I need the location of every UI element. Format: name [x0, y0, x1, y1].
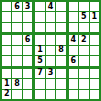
cell-r7c7[interactable] — [69, 69, 78, 78]
sudoku-box-r2c1: 6 — [2, 35, 32, 65]
cell-r5c8[interactable] — [79, 46, 88, 55]
cell-r2c8[interactable]: 5 — [79, 12, 88, 21]
cell-r5c2[interactable] — [12, 46, 21, 55]
cell-r2c3[interactable] — [23, 12, 32, 21]
cell-r6c3[interactable] — [23, 56, 32, 65]
cell-r4c2[interactable] — [12, 35, 21, 44]
cell-r8c4[interactable] — [35, 79, 44, 88]
cell-r3c1[interactable] — [2, 23, 11, 32]
cell-r3c8[interactable] — [79, 23, 88, 32]
cell-r6c6[interactable] — [56, 56, 65, 65]
cell-r9c9[interactable] — [90, 90, 99, 99]
sudoku-box-r3c3 — [69, 69, 99, 99]
cell-r6c8[interactable] — [79, 56, 88, 65]
cell-r6c4[interactable]: 5 — [35, 56, 44, 65]
cell-r7c9[interactable] — [90, 69, 99, 78]
cell-r1c4[interactable] — [35, 2, 44, 11]
cell-r3c3[interactable] — [23, 23, 32, 32]
cell-r9c7[interactable] — [69, 90, 78, 99]
sudoku-box-r3c2: 73 — [35, 69, 65, 99]
cell-r2c4[interactable] — [35, 12, 44, 21]
cell-r8c2[interactable]: 8 — [12, 79, 21, 88]
cell-r9c6[interactable] — [56, 90, 65, 99]
cell-r2c9[interactable]: 1 — [90, 12, 99, 21]
cell-r6c2[interactable] — [12, 56, 21, 65]
cell-r4c9[interactable] — [90, 35, 99, 44]
cell-r7c2[interactable] — [12, 69, 21, 78]
cell-r8c1[interactable]: 1 — [2, 79, 11, 88]
cell-r5c3[interactable] — [23, 46, 32, 55]
cell-r8c3[interactable] — [23, 79, 32, 88]
cell-r5c4[interactable]: 1 — [35, 46, 44, 55]
sudoku-box-r2c3: 426 — [69, 35, 99, 65]
cell-r9c8[interactable] — [79, 90, 88, 99]
cell-r8c7[interactable] — [69, 79, 78, 88]
cell-r4c8[interactable]: 2 — [79, 35, 88, 44]
cell-r2c7[interactable] — [69, 12, 78, 21]
cell-r1c9[interactable] — [90, 2, 99, 11]
sudoku-box-r1c1: 63 — [2, 2, 32, 32]
cell-r9c5[interactable] — [46, 90, 55, 99]
cell-r7c3[interactable] — [23, 69, 32, 78]
cell-r9c3[interactable] — [23, 90, 32, 99]
cell-r1c6[interactable] — [56, 2, 65, 11]
cell-r2c5[interactable] — [46, 12, 55, 21]
cell-r3c6[interactable] — [56, 23, 65, 32]
cell-r1c5[interactable]: 4 — [46, 2, 55, 11]
cell-r3c7[interactable] — [69, 23, 78, 32]
cell-r3c9[interactable] — [90, 23, 99, 32]
sudoku-box-r2c2: 185 — [35, 35, 65, 65]
cell-r6c9[interactable] — [90, 56, 99, 65]
cell-r7c8[interactable] — [79, 69, 88, 78]
cell-r4c7[interactable]: 4 — [69, 35, 78, 44]
cell-r9c2[interactable] — [12, 90, 21, 99]
cell-r1c7[interactable] — [69, 2, 78, 11]
cell-r3c2[interactable] — [12, 23, 21, 32]
cell-r9c4[interactable] — [35, 90, 44, 99]
sudoku-box-r1c2: 4 — [35, 2, 65, 32]
cell-r1c3[interactable]: 3 — [23, 2, 32, 11]
cell-r2c2[interactable] — [12, 12, 21, 21]
cell-r7c1[interactable] — [2, 69, 11, 78]
cell-r1c1[interactable] — [2, 2, 11, 11]
cell-r6c7[interactable]: 6 — [69, 56, 78, 65]
cell-r5c1[interactable] — [2, 46, 11, 55]
cell-r7c6[interactable] — [56, 69, 65, 78]
cell-r4c5[interactable] — [46, 35, 55, 44]
cell-r8c8[interactable] — [79, 79, 88, 88]
cell-r3c5[interactable] — [46, 23, 55, 32]
sudoku-box-r1c3: 51 — [69, 2, 99, 32]
cell-r4c3[interactable]: 6 — [23, 35, 32, 44]
cell-r5c5[interactable] — [46, 46, 55, 55]
cell-r7c5[interactable]: 3 — [46, 69, 55, 78]
cell-r8c5[interactable] — [46, 79, 55, 88]
cell-r1c8[interactable] — [79, 2, 88, 11]
cell-r5c7[interactable] — [69, 46, 78, 55]
cell-r8c9[interactable] — [90, 79, 99, 88]
cell-r6c5[interactable] — [46, 56, 55, 65]
sudoku-board: 63451618542618273 — [0, 0, 101, 101]
cell-r4c6[interactable] — [56, 35, 65, 44]
cell-r3c4[interactable] — [35, 23, 44, 32]
cell-r8c6[interactable] — [56, 79, 65, 88]
cell-r2c6[interactable] — [56, 12, 65, 21]
cell-r1c2[interactable]: 6 — [12, 2, 21, 11]
cell-r4c4[interactable] — [35, 35, 44, 44]
sudoku-box-r3c1: 182 — [2, 69, 32, 99]
cell-r6c1[interactable] — [2, 56, 11, 65]
cell-r5c9[interactable] — [90, 46, 99, 55]
cell-r2c1[interactable] — [2, 12, 11, 21]
cell-r4c1[interactable] — [2, 35, 11, 44]
cell-r5c6[interactable]: 8 — [56, 46, 65, 55]
cell-r9c1[interactable]: 2 — [2, 90, 11, 99]
cell-r7c4[interactable]: 7 — [35, 69, 44, 78]
